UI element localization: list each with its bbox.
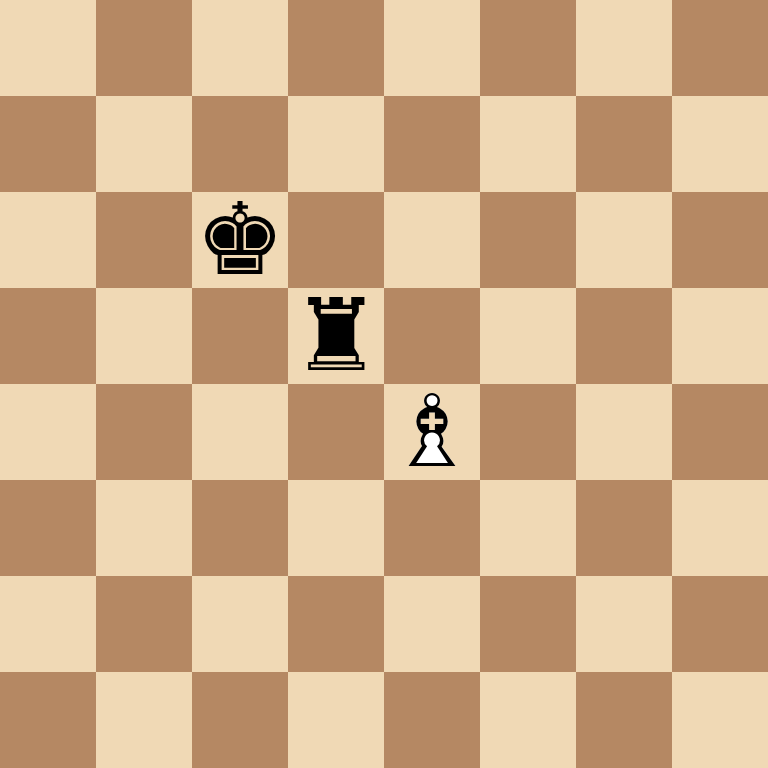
square-d5[interactable]: ♜ <box>288 288 384 384</box>
square-b8[interactable] <box>96 0 192 96</box>
square-f6[interactable] <box>480 192 576 288</box>
square-e6[interactable] <box>384 192 480 288</box>
square-b7[interactable] <box>96 96 192 192</box>
square-e4[interactable]: ♝♗ <box>384 384 480 480</box>
square-f8[interactable] <box>480 0 576 96</box>
square-a7[interactable] <box>0 96 96 192</box>
square-e8[interactable] <box>384 0 480 96</box>
square-d3[interactable] <box>288 480 384 576</box>
black-king-icon: ♚ <box>192 192 288 288</box>
white-bishop[interactable]: ♝♗ <box>384 384 480 480</box>
square-g1[interactable] <box>576 672 672 768</box>
square-h8[interactable] <box>672 0 768 96</box>
square-a4[interactable] <box>0 384 96 480</box>
square-f2[interactable] <box>480 576 576 672</box>
square-a5[interactable] <box>0 288 96 384</box>
square-g7[interactable] <box>576 96 672 192</box>
square-a8[interactable] <box>0 0 96 96</box>
square-e2[interactable] <box>384 576 480 672</box>
square-f1[interactable] <box>480 672 576 768</box>
square-g6[interactable] <box>576 192 672 288</box>
square-c7[interactable] <box>192 96 288 192</box>
square-a2[interactable] <box>0 576 96 672</box>
square-f3[interactable] <box>480 480 576 576</box>
square-e5[interactable] <box>384 288 480 384</box>
black-king[interactable]: ♚ <box>192 192 288 288</box>
square-c3[interactable] <box>192 480 288 576</box>
square-g4[interactable] <box>576 384 672 480</box>
square-h7[interactable] <box>672 96 768 192</box>
square-g5[interactable] <box>576 288 672 384</box>
square-g3[interactable] <box>576 480 672 576</box>
chess-board: ♚♜♝♗ <box>0 0 768 768</box>
square-c8[interactable] <box>192 0 288 96</box>
square-h4[interactable] <box>672 384 768 480</box>
square-c4[interactable] <box>192 384 288 480</box>
square-d8[interactable] <box>288 0 384 96</box>
square-h3[interactable] <box>672 480 768 576</box>
square-c2[interactable] <box>192 576 288 672</box>
square-d1[interactable] <box>288 672 384 768</box>
square-g2[interactable] <box>576 576 672 672</box>
square-a3[interactable] <box>0 480 96 576</box>
black-rook-icon: ♜ <box>288 288 384 384</box>
square-h5[interactable] <box>672 288 768 384</box>
square-f7[interactable] <box>480 96 576 192</box>
square-a6[interactable] <box>0 192 96 288</box>
square-d2[interactable] <box>288 576 384 672</box>
square-a1[interactable] <box>0 672 96 768</box>
square-e3[interactable] <box>384 480 480 576</box>
square-e1[interactable] <box>384 672 480 768</box>
square-b5[interactable] <box>96 288 192 384</box>
square-b3[interactable] <box>96 480 192 576</box>
square-c1[interactable] <box>192 672 288 768</box>
square-f5[interactable] <box>480 288 576 384</box>
square-d4[interactable] <box>288 384 384 480</box>
square-c5[interactable] <box>192 288 288 384</box>
square-d7[interactable] <box>288 96 384 192</box>
square-f4[interactable] <box>480 384 576 480</box>
square-g8[interactable] <box>576 0 672 96</box>
black-rook[interactable]: ♜ <box>288 288 384 384</box>
square-b6[interactable] <box>96 192 192 288</box>
square-d6[interactable] <box>288 192 384 288</box>
square-c6[interactable]: ♚ <box>192 192 288 288</box>
white-bishop-icon: ♗ <box>384 384 480 480</box>
square-h6[interactable] <box>672 192 768 288</box>
square-b2[interactable] <box>96 576 192 672</box>
square-b1[interactable] <box>96 672 192 768</box>
square-e7[interactable] <box>384 96 480 192</box>
square-h1[interactable] <box>672 672 768 768</box>
square-b4[interactable] <box>96 384 192 480</box>
square-h2[interactable] <box>672 576 768 672</box>
